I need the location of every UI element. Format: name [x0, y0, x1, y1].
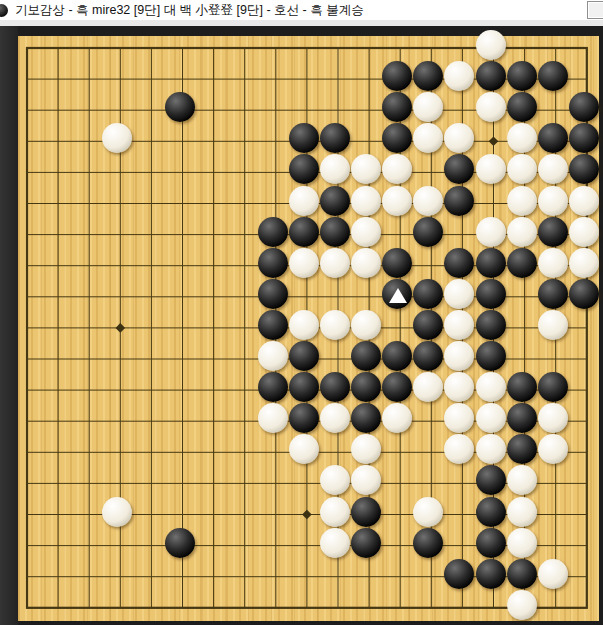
black-stone — [476, 248, 506, 278]
black-stone — [507, 61, 537, 91]
goban[interactable] — [18, 36, 599, 621]
black-stone — [476, 341, 506, 371]
white-stone — [507, 528, 537, 558]
white-stone — [476, 30, 506, 60]
black-stone — [507, 248, 537, 278]
black-stone — [444, 186, 474, 216]
white-stone — [507, 217, 537, 247]
black-stone — [382, 248, 412, 278]
black-stone — [476, 279, 506, 309]
white-stone — [569, 217, 599, 247]
white-stone — [538, 310, 568, 340]
white-stone — [476, 154, 506, 184]
window-button[interactable] — [587, 1, 603, 19]
white-stone — [320, 528, 350, 558]
white-stone — [289, 310, 319, 340]
black-stone — [289, 403, 319, 433]
white-stone — [476, 372, 506, 402]
black-stone — [351, 341, 381, 371]
black-stone — [476, 61, 506, 91]
white-stone — [507, 186, 537, 216]
black-stone — [320, 372, 350, 402]
app-window: 기보감상 - 흑 mire32 [9단] 대 백 小登登 [9단] - 호선 -… — [0, 0, 603, 625]
white-stone — [476, 403, 506, 433]
black-stone — [258, 248, 288, 278]
white-stone — [538, 186, 568, 216]
black-stone — [569, 154, 599, 184]
black-stone — [476, 528, 506, 558]
black-stone — [165, 528, 195, 558]
white-stone — [476, 217, 506, 247]
black-stone — [413, 217, 443, 247]
black-stone — [320, 186, 350, 216]
white-stone — [258, 341, 288, 371]
white-stone — [320, 248, 350, 278]
black-stone — [289, 123, 319, 153]
app-icon — [0, 4, 8, 17]
black-stone — [258, 372, 288, 402]
white-stone — [538, 248, 568, 278]
black-stone — [351, 528, 381, 558]
black-stone — [476, 497, 506, 527]
black-stone — [538, 279, 568, 309]
white-stone — [351, 217, 381, 247]
black-stone — [320, 217, 350, 247]
black-stone — [413, 279, 443, 309]
black-stone — [444, 559, 474, 589]
black-stone — [538, 123, 568, 153]
white-stone — [382, 186, 412, 216]
black-stone — [476, 310, 506, 340]
white-stone — [538, 403, 568, 433]
white-stone — [507, 154, 537, 184]
black-stone — [258, 279, 288, 309]
white-stone — [538, 154, 568, 184]
white-stone — [476, 92, 506, 122]
white-stone — [444, 279, 474, 309]
black-stone — [258, 217, 288, 247]
black-stone — [569, 279, 599, 309]
black-stone — [538, 61, 568, 91]
white-stone — [413, 186, 443, 216]
black-stone — [165, 92, 195, 122]
black-stone — [507, 403, 537, 433]
white-stone — [413, 497, 443, 527]
white-stone — [320, 403, 350, 433]
white-stone — [351, 248, 381, 278]
white-stone — [320, 310, 350, 340]
white-stone — [289, 186, 319, 216]
black-stone — [289, 341, 319, 371]
black-stone — [507, 434, 537, 464]
black-stone — [382, 341, 412, 371]
black-stone — [538, 217, 568, 247]
black-stone — [476, 559, 506, 589]
window-title: 기보감상 - 흑 mire32 [9단] 대 백 小登登 [9단] - 호선 -… — [15, 2, 364, 19]
last-move-marker — [389, 288, 407, 303]
black-stone — [507, 92, 537, 122]
black-stone — [476, 465, 506, 495]
black-stone — [351, 497, 381, 527]
white-stone — [507, 123, 537, 153]
black-stone — [289, 372, 319, 402]
white-stone — [258, 403, 288, 433]
white-stone — [507, 465, 537, 495]
black-stone — [289, 217, 319, 247]
black-stone — [507, 372, 537, 402]
white-stone — [538, 559, 568, 589]
black-stone — [413, 528, 443, 558]
black-stone — [569, 123, 599, 153]
black-stone — [569, 92, 599, 122]
white-stone — [569, 186, 599, 216]
white-stone — [320, 497, 350, 527]
black-stone — [258, 310, 288, 340]
white-stone — [289, 248, 319, 278]
board-frame — [0, 26, 603, 625]
white-stone — [507, 497, 537, 527]
white-stone — [102, 497, 132, 527]
black-stone — [507, 559, 537, 589]
black-stone — [382, 279, 412, 309]
white-stone — [476, 434, 506, 464]
black-stone — [413, 310, 443, 340]
white-stone — [507, 590, 537, 620]
black-stone — [538, 372, 568, 402]
black-stone — [351, 372, 381, 402]
title-bar: 기보감상 - 흑 mire32 [9단] 대 백 小登登 [9단] - 호선 -… — [0, 0, 603, 20]
black-stone — [444, 248, 474, 278]
white-stone — [289, 434, 319, 464]
white-stone — [569, 248, 599, 278]
white-stone — [538, 434, 568, 464]
white-stone — [351, 310, 381, 340]
white-stone — [351, 186, 381, 216]
